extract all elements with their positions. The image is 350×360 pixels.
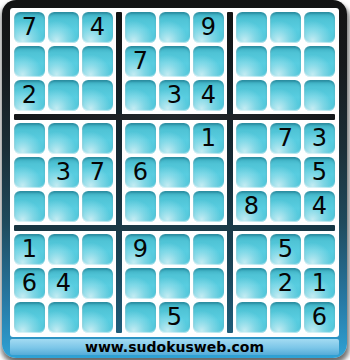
cell-r1c6[interactable]: 9 — [193, 12, 224, 43]
cell-r6c2[interactable] — [48, 191, 79, 222]
cell-r7c5[interactable] — [159, 234, 190, 265]
cell-r8c8[interactable]: 2 — [270, 268, 301, 299]
cell-r2c5[interactable] — [159, 46, 190, 77]
cell-r6c7[interactable]: 8 — [236, 191, 267, 222]
cell-r5c3[interactable]: 7 — [82, 157, 113, 188]
block-separator-horizontal-2 — [14, 225, 335, 231]
cell-r2c3[interactable] — [82, 46, 113, 77]
cell-r8c9[interactable]: 1 — [304, 268, 335, 299]
cell-r6c4[interactable] — [125, 191, 156, 222]
cell-r7c2[interactable] — [48, 234, 79, 265]
site-url: www.sudokusweb.com — [85, 339, 264, 355]
cell-r3c6[interactable]: 4 — [193, 80, 224, 111]
cell-r1c1[interactable]: 7 — [14, 12, 45, 43]
cell-r9c6[interactable] — [193, 302, 224, 333]
cell-r7c9[interactable] — [304, 234, 335, 265]
cell-r6c3[interactable] — [82, 191, 113, 222]
cell-r5c2[interactable]: 3 — [48, 157, 79, 188]
block-separator-vertical-2 — [227, 12, 233, 333]
cell-r1c7[interactable] — [236, 12, 267, 43]
cell-r4c9[interactable]: 3 — [304, 123, 335, 154]
cell-r5c1[interactable] — [14, 157, 45, 188]
cell-r3c1[interactable]: 2 — [14, 80, 45, 111]
cell-r7c6[interactable] — [193, 234, 224, 265]
cell-r2c9[interactable] — [304, 46, 335, 77]
cell-r4c1[interactable] — [14, 123, 45, 154]
cell-r5c7[interactable] — [236, 157, 267, 188]
cell-r8c3[interactable] — [82, 268, 113, 299]
cell-r3c3[interactable] — [82, 80, 113, 111]
cell-r4c3[interactable] — [82, 123, 113, 154]
cell-r7c8[interactable]: 5 — [270, 234, 301, 265]
cell-r9c5[interactable]: 5 — [159, 302, 190, 333]
cell-r4c4[interactable] — [125, 123, 156, 154]
cell-r3c5[interactable]: 3 — [159, 80, 190, 111]
cell-r7c7[interactable] — [236, 234, 267, 265]
cell-r5c4[interactable]: 6 — [125, 157, 156, 188]
cell-r3c9[interactable] — [304, 80, 335, 111]
cell-r4c6[interactable]: 1 — [193, 123, 224, 154]
cell-r9c8[interactable] — [270, 302, 301, 333]
cell-r8c2[interactable]: 4 — [48, 268, 79, 299]
cell-r1c4[interactable] — [125, 12, 156, 43]
cell-r8c5[interactable] — [159, 268, 190, 299]
cell-r5c9[interactable]: 5 — [304, 157, 335, 188]
cell-r8c4[interactable] — [125, 268, 156, 299]
cell-r1c8[interactable] — [270, 12, 301, 43]
cell-r7c4[interactable]: 9 — [125, 234, 156, 265]
cell-r2c8[interactable] — [270, 46, 301, 77]
cell-r9c4[interactable] — [125, 302, 156, 333]
cell-r1c5[interactable] — [159, 12, 190, 43]
cell-r1c3[interactable]: 4 — [82, 12, 113, 43]
cell-r9c3[interactable] — [82, 302, 113, 333]
block-separator-vertical-1 — [116, 12, 122, 333]
sudoku-board: 7497234173376584195642156 www.sudokusweb… — [2, 0, 347, 358]
cell-r5c5[interactable] — [159, 157, 190, 188]
cell-r2c7[interactable] — [236, 46, 267, 77]
cell-r6c6[interactable] — [193, 191, 224, 222]
cell-r2c4[interactable]: 7 — [125, 46, 156, 77]
cell-r8c7[interactable] — [236, 268, 267, 299]
cell-r4c2[interactable] — [48, 123, 79, 154]
cell-r3c7[interactable] — [236, 80, 267, 111]
cell-r9c9[interactable]: 6 — [304, 302, 335, 333]
cell-r6c1[interactable] — [14, 191, 45, 222]
cell-r7c1[interactable]: 1 — [14, 234, 45, 265]
sudoku-grid: 7497234173376584195642156 — [14, 12, 335, 333]
cell-r1c9[interactable] — [304, 12, 335, 43]
cell-r1c2[interactable] — [48, 12, 79, 43]
cell-r5c8[interactable] — [270, 157, 301, 188]
cell-r7c3[interactable] — [82, 234, 113, 265]
cell-r8c6[interactable] — [193, 268, 224, 299]
cell-r6c8[interactable] — [270, 191, 301, 222]
cell-r8c1[interactable]: 6 — [14, 268, 45, 299]
cell-r9c2[interactable] — [48, 302, 79, 333]
cell-r4c7[interactable] — [236, 123, 267, 154]
cell-r2c6[interactable] — [193, 46, 224, 77]
cell-r6c5[interactable] — [159, 191, 190, 222]
page: 7497234173376584195642156 www.sudokusweb… — [0, 0, 350, 360]
footer-bar: www.sudokusweb.com — [10, 339, 339, 355]
cell-r4c5[interactable] — [159, 123, 190, 154]
cell-r3c2[interactable] — [48, 80, 79, 111]
cell-r5c6[interactable] — [193, 157, 224, 188]
cell-r3c8[interactable] — [270, 80, 301, 111]
cell-r9c7[interactable] — [236, 302, 267, 333]
cell-r6c9[interactable]: 4 — [304, 191, 335, 222]
cell-r2c2[interactable] — [48, 46, 79, 77]
cell-r4c8[interactable]: 7 — [270, 123, 301, 154]
board-inner: 7497234173376584195642156 — [10, 8, 339, 337]
block-separator-horizontal-1 — [14, 114, 335, 120]
cell-r9c1[interactable] — [14, 302, 45, 333]
cell-r3c4[interactable] — [125, 80, 156, 111]
cell-r2c1[interactable] — [14, 46, 45, 77]
